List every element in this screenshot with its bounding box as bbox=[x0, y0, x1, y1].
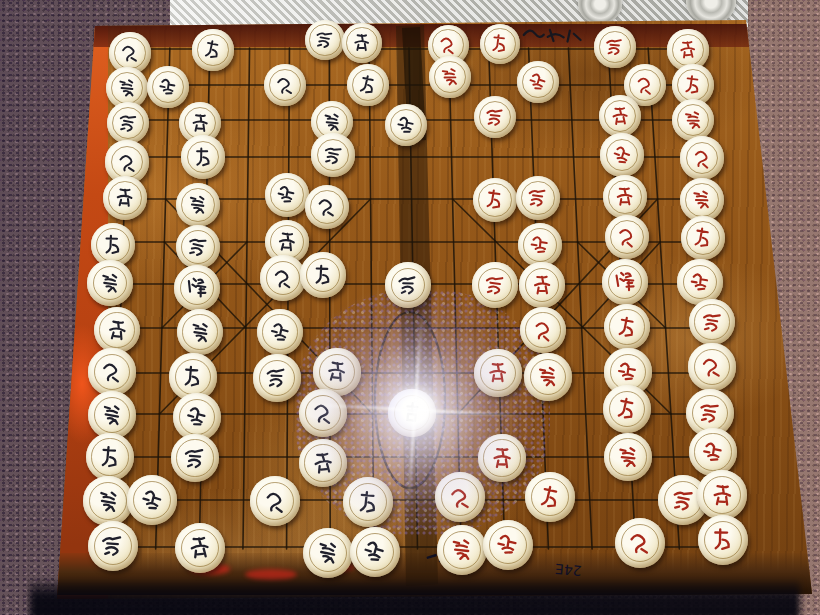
piece-black[interactable] bbox=[147, 66, 189, 108]
piece-black[interactable] bbox=[385, 262, 431, 308]
piece-red[interactable] bbox=[605, 215, 650, 260]
glyph-cursive-character bbox=[613, 442, 643, 472]
glyph-cursive-character bbox=[97, 400, 127, 430]
glyph-cursive-character bbox=[355, 72, 381, 98]
piece-black[interactable] bbox=[264, 64, 306, 106]
glyph-cursive-character bbox=[111, 184, 138, 211]
piece-black[interactable] bbox=[305, 20, 346, 61]
piece-black[interactable] bbox=[253, 354, 300, 401]
glyph-cursive-character bbox=[273, 181, 300, 208]
piece-red[interactable] bbox=[517, 61, 559, 103]
glyph-cursive-character bbox=[602, 34, 627, 59]
piece-black[interactable] bbox=[343, 477, 393, 527]
glyph-cursive-character bbox=[675, 37, 700, 62]
piece-red[interactable] bbox=[680, 136, 723, 179]
piece-red[interactable] bbox=[474, 349, 521, 396]
glyph-cursive-character bbox=[613, 357, 642, 386]
glyph-cursive-character bbox=[103, 316, 132, 345]
glyph-cursive-character bbox=[680, 72, 706, 98]
piece-red[interactable] bbox=[697, 470, 747, 520]
piece-red[interactable] bbox=[478, 434, 527, 483]
piece-red[interactable] bbox=[525, 472, 575, 522]
piece-red[interactable] bbox=[600, 133, 643, 176]
glyph-cursive-character bbox=[184, 191, 211, 218]
glyph-cursive-character bbox=[624, 527, 655, 558]
piece-black[interactable] bbox=[299, 439, 348, 488]
piece-black[interactable] bbox=[311, 133, 354, 176]
piece-black[interactable] bbox=[103, 176, 147, 220]
glyph-cursive-character bbox=[313, 193, 340, 220]
glyph-cursive-character bbox=[262, 363, 291, 392]
glyph-cursive-character bbox=[607, 103, 633, 129]
piece-red[interactable] bbox=[480, 24, 521, 65]
glyph-cursive-character bbox=[613, 223, 641, 251]
piece-black[interactable] bbox=[300, 252, 345, 297]
glyph-ji bbox=[397, 398, 427, 428]
piece-black[interactable] bbox=[303, 528, 354, 579]
glyph-cursive-character bbox=[632, 72, 658, 98]
piece-red[interactable] bbox=[473, 178, 517, 222]
glyph-cursive-character bbox=[266, 318, 295, 347]
glyph-cursive-character bbox=[445, 482, 476, 513]
piece-black[interactable] bbox=[176, 183, 220, 227]
glyph-cursive-character bbox=[524, 184, 551, 211]
photo-stage: 24E bbox=[0, 0, 820, 615]
piece-black[interactable] bbox=[176, 225, 221, 270]
glyph-cursive-character bbox=[533, 362, 562, 391]
glyph-cursive-character bbox=[698, 437, 728, 467]
glyph-cursive-character bbox=[200, 37, 225, 62]
glyph-cursive-character bbox=[319, 109, 345, 135]
piece-black[interactable] bbox=[385, 104, 428, 147]
glyph-cursive-character bbox=[182, 402, 212, 432]
glyph-cursive-character bbox=[437, 64, 463, 90]
glyph-cursive-character bbox=[612, 394, 642, 424]
glyph-cursive-character bbox=[178, 362, 207, 391]
piece-black[interactable] bbox=[86, 433, 135, 482]
glyph-cursive-character bbox=[180, 443, 210, 473]
glyph-cursive-character bbox=[309, 261, 337, 289]
glyph-cursive-character bbox=[190, 144, 217, 171]
glyph-cursive-character bbox=[184, 532, 215, 563]
glyph-cursive-character bbox=[353, 487, 384, 518]
glyph-cursive-character bbox=[483, 358, 512, 387]
piece-red[interactable] bbox=[516, 176, 560, 220]
piece-red[interactable] bbox=[603, 385, 651, 433]
glyph-cursive-character bbox=[312, 537, 343, 568]
glyph-cursive-character bbox=[114, 75, 140, 101]
glyph-cursive-character bbox=[609, 142, 636, 169]
glyph-cursive-character bbox=[528, 271, 556, 299]
piece-black[interactable] bbox=[107, 102, 149, 144]
piece-red[interactable] bbox=[520, 307, 566, 353]
piece-red[interactable] bbox=[689, 299, 735, 345]
glyph-cursive-character bbox=[322, 357, 351, 386]
glyph-cursive-character bbox=[697, 352, 726, 381]
glyph-cursive-character bbox=[526, 231, 554, 259]
glyph-cursive-character bbox=[117, 40, 143, 66]
piece-black[interactable] bbox=[181, 135, 224, 178]
piece-red-general[interactable] bbox=[602, 259, 648, 305]
glyph-general bbox=[183, 274, 211, 302]
piece-red[interactable] bbox=[518, 223, 563, 268]
piece-red[interactable] bbox=[615, 518, 665, 568]
glyph-cursive-character bbox=[686, 268, 714, 296]
piece-red[interactable] bbox=[681, 216, 726, 261]
glyph-cursive-character bbox=[707, 524, 738, 555]
glyph-cursive-character bbox=[435, 32, 460, 57]
piece-black[interactable] bbox=[192, 29, 233, 70]
glyph-cursive-character bbox=[680, 107, 706, 133]
glyph-cursive-character bbox=[698, 308, 727, 337]
glyph-cursive-character bbox=[349, 30, 374, 55]
glyph-cursive-character bbox=[272, 72, 298, 98]
piece-black-general[interactable] bbox=[174, 265, 220, 311]
piece-red[interactable] bbox=[688, 343, 735, 390]
glyph-general bbox=[611, 268, 639, 296]
piece-black[interactable] bbox=[94, 307, 140, 353]
piece-black[interactable] bbox=[88, 521, 139, 572]
glyph-cursive-character bbox=[613, 313, 642, 342]
glyph-cursive-character bbox=[688, 186, 715, 213]
glyph-cursive-character bbox=[186, 318, 215, 347]
piece-red[interactable] bbox=[483, 520, 534, 571]
piece-red[interactable] bbox=[429, 56, 471, 98]
piece-black[interactable] bbox=[347, 64, 389, 106]
glyph-cursive-character bbox=[260, 486, 291, 517]
glyph-cursive-character bbox=[535, 482, 566, 513]
piece-black[interactable] bbox=[260, 255, 305, 300]
glyph-cursive-character bbox=[487, 443, 517, 473]
glyph-cursive-character bbox=[115, 110, 141, 136]
table-shadow bbox=[30, 580, 800, 615]
glyph-cursive-character bbox=[525, 69, 551, 95]
piece-black[interactable] bbox=[350, 527, 401, 578]
piece-red[interactable] bbox=[472, 262, 518, 308]
glyph-cursive-character bbox=[482, 104, 508, 130]
piece-red[interactable] bbox=[474, 96, 516, 138]
glyph-cursive-character bbox=[611, 183, 638, 210]
piece-black[interactable] bbox=[87, 260, 133, 306]
glyph-cursive-character bbox=[137, 485, 168, 516]
piece-red[interactable] bbox=[437, 525, 488, 576]
glyph-cursive-character bbox=[394, 271, 422, 299]
piece-red[interactable] bbox=[689, 428, 738, 477]
glyph-cursive-character bbox=[269, 264, 297, 292]
piece-black[interactable] bbox=[342, 23, 383, 64]
piece-black[interactable] bbox=[175, 523, 226, 574]
glyph-cursive-character bbox=[689, 145, 716, 172]
glyph-cursive-character bbox=[114, 149, 141, 176]
pieces-layer bbox=[0, 0, 820, 615]
piece-black[interactable] bbox=[88, 348, 135, 395]
piece-red[interactable] bbox=[435, 472, 485, 522]
glyph-cursive-character bbox=[187, 110, 213, 136]
piece-black[interactable] bbox=[265, 173, 309, 217]
glyph-cursive-character bbox=[529, 316, 558, 345]
piece-red[interactable] bbox=[604, 433, 653, 482]
glyph-cursive-character bbox=[95, 442, 125, 472]
piece-black[interactable] bbox=[177, 309, 223, 355]
glyph-cursive-character bbox=[97, 530, 128, 561]
piece-red[interactable] bbox=[603, 175, 647, 219]
piece-black[interactable] bbox=[257, 309, 303, 355]
piece-red[interactable] bbox=[672, 99, 714, 141]
piece-black[interactable] bbox=[171, 434, 220, 483]
glyph-cursive-character bbox=[312, 27, 337, 52]
glyph-cursive-character bbox=[359, 536, 390, 567]
glyph-cursive-character bbox=[707, 480, 738, 511]
piece-black[interactable] bbox=[127, 475, 177, 525]
piece-red[interactable] bbox=[594, 26, 635, 67]
piece-red[interactable] bbox=[524, 353, 571, 400]
glyph-cursive-character bbox=[308, 398, 338, 428]
glyph-cursive-character bbox=[155, 74, 181, 100]
glyph-cursive-character bbox=[184, 233, 212, 261]
glyph-cursive-character bbox=[695, 398, 725, 428]
piece-black[interactable] bbox=[250, 476, 300, 526]
piece-red[interactable] bbox=[698, 515, 748, 565]
glyph-cursive-character bbox=[446, 534, 477, 565]
glyph-cursive-character bbox=[99, 231, 127, 259]
glyph-cursive-character bbox=[96, 269, 124, 297]
glyph-cursive-character bbox=[320, 142, 347, 169]
glyph-cursive-character bbox=[393, 112, 419, 138]
glyph-cursive-character bbox=[481, 271, 509, 299]
glyph-cursive-character bbox=[689, 224, 717, 252]
piece-red[interactable] bbox=[677, 259, 723, 305]
glyph-cursive-character bbox=[487, 31, 512, 56]
glyph-cursive-character bbox=[273, 228, 301, 256]
piece-black[interactable] bbox=[88, 391, 136, 439]
glyph-cursive-character bbox=[492, 529, 523, 560]
glyph-cursive-character bbox=[97, 357, 126, 386]
piece-black[interactable] bbox=[305, 185, 349, 229]
piece-black[interactable] bbox=[299, 389, 347, 437]
glyph-cursive-character bbox=[668, 485, 699, 516]
glyph-cursive-character bbox=[481, 186, 508, 213]
piece-red[interactable] bbox=[604, 304, 650, 350]
piece-black[interactable] bbox=[83, 476, 133, 526]
glyph-cursive-character bbox=[93, 486, 124, 517]
piece-neutral-center[interactable] bbox=[388, 389, 436, 437]
glyph-cursive-character bbox=[308, 448, 338, 478]
piece-red[interactable] bbox=[519, 262, 565, 308]
piece-red[interactable] bbox=[599, 95, 641, 137]
